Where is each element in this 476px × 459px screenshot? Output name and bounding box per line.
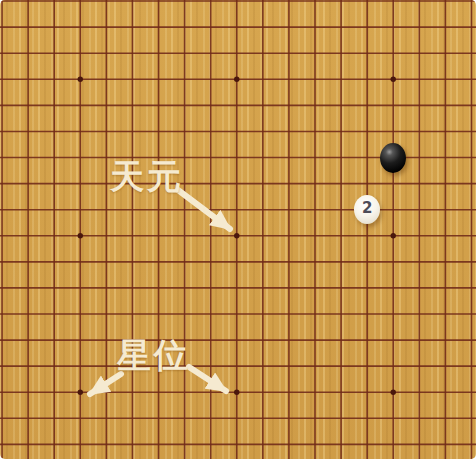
annotation-arrow-tengen-center-point bbox=[178, 190, 230, 229]
annotation-arrow-hoshi-lower-left bbox=[90, 374, 121, 394]
star-points-label: 星位 bbox=[117, 338, 191, 372]
tengen-label: 天元 bbox=[110, 159, 184, 193]
annotation-arrow-hoshi-bottom-center bbox=[189, 367, 226, 391]
go-board: 2 天元 星位 bbox=[0, 0, 476, 459]
annotation-arrows bbox=[0, 0, 476, 459]
